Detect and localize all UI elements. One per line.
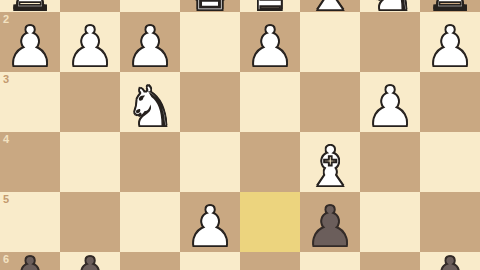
square-b4[interactable] [360,132,420,192]
white-knight-f3[interactable]: ♞ [120,77,180,132]
square-a3[interactable] [420,72,480,132]
square-g2[interactable]: ♟ [60,12,120,72]
square-f4[interactable] [120,132,180,192]
white-pawn-g2[interactable]: ♟ [60,17,120,72]
square-c5[interactable]: ♟ [300,192,360,252]
square-h5[interactable]: 5 [0,192,60,252]
board-rank-4: 4♝ [0,132,480,192]
board-rank-1: ♜♚♛♝♞♜ [0,0,480,12]
rank-label-4: 4 [3,134,9,145]
square-e3[interactable] [180,72,240,132]
white-pawn-f2[interactable]: ♟ [120,17,180,72]
square-h2[interactable]: 2♟ [0,12,60,72]
square-e6[interactable] [180,252,240,270]
square-h6[interactable]: 6♟ [0,252,60,270]
white-pawn-d2[interactable]: ♟ [240,17,300,72]
square-d1[interactable]: ♛ [240,0,300,12]
square-h3[interactable]: 3 [0,72,60,132]
chess-board: ♜♚♛♝♞♜2♟♟♟♟♟3♞♟4♝5♟♟6♟♟♟ [0,0,480,270]
black-pawn-g6[interactable]: ♟ [60,252,120,270]
square-f3[interactable]: ♞ [120,72,180,132]
white-king-e1[interactable]: ♚ [180,0,240,12]
black-pawn-c5[interactable]: ♟ [300,197,360,252]
square-a2[interactable]: ♟ [420,12,480,72]
board-rank-3: 3♞♟ [0,72,480,132]
square-e1[interactable]: ♚ [180,0,240,12]
square-a5[interactable] [420,192,480,252]
square-a1[interactable]: ♜ [420,0,480,12]
square-c4[interactable]: ♝ [300,132,360,192]
square-a6[interactable]: ♟ [420,252,480,270]
square-g5[interactable] [60,192,120,252]
square-b6[interactable] [360,252,420,270]
rank-label-3: 3 [3,74,9,85]
square-b3[interactable]: ♟ [360,72,420,132]
white-queen-d1[interactable]: ♛ [240,0,300,12]
square-d6[interactable] [240,252,300,270]
square-c3[interactable] [300,72,360,132]
black-pawn-a6[interactable]: ♟ [420,252,480,270]
black-pawn-h6[interactable]: ♟ [0,252,60,270]
white-pawn-e5[interactable]: ♟ [180,197,240,252]
square-f6[interactable] [120,252,180,270]
square-b5[interactable] [360,192,420,252]
square-d5[interactable] [240,192,300,252]
square-d4[interactable] [240,132,300,192]
white-knight-b1[interactable]: ♞ [360,0,420,12]
square-g4[interactable] [60,132,120,192]
square-a4[interactable] [420,132,480,192]
white-pawn-a2[interactable]: ♟ [420,17,480,72]
square-h1[interactable]: ♜ [0,0,60,12]
square-c1[interactable]: ♝ [300,0,360,12]
square-d2[interactable]: ♟ [240,12,300,72]
square-f5[interactable] [120,192,180,252]
board-rank-6: 6♟♟♟ [0,252,480,270]
square-e4[interactable] [180,132,240,192]
square-b2[interactable] [360,12,420,72]
square-d3[interactable] [240,72,300,132]
square-e5[interactable]: ♟ [180,192,240,252]
square-b1[interactable]: ♞ [360,0,420,12]
white-rook-h1[interactable]: ♜ [0,0,60,12]
white-bishop-c1[interactable]: ♝ [300,0,360,12]
rank-label-5: 5 [3,194,9,205]
square-f2[interactable]: ♟ [120,12,180,72]
square-e2[interactable] [180,12,240,72]
square-g1[interactable] [60,0,120,12]
white-rook-a1[interactable]: ♜ [420,0,480,12]
board-rank-5: 5♟♟ [0,192,480,252]
square-c2[interactable] [300,12,360,72]
square-h4[interactable]: 4 [0,132,60,192]
white-pawn-h2[interactable]: ♟ [0,17,60,72]
square-g3[interactable] [60,72,120,132]
square-g6[interactable]: ♟ [60,252,120,270]
square-f1[interactable] [120,0,180,12]
white-bishop-c4[interactable]: ♝ [300,137,360,192]
square-c6[interactable] [300,252,360,270]
board-rank-2: 2♟♟♟♟♟ [0,12,480,72]
white-pawn-b3[interactable]: ♟ [360,77,420,132]
